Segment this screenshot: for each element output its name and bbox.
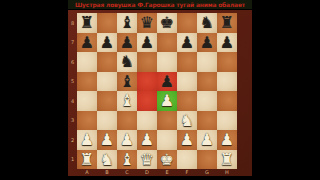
rank-label-5: 5 bbox=[68, 72, 77, 92]
chess-board: ♜♝♛♚♞♜♟♟♟♟♟♟♟♞♝♟♝♟♞♟♟♟♟♟♟♟♜♞♝♛♚♜ bbox=[77, 13, 237, 169]
square-e2[interactable] bbox=[157, 130, 177, 150]
square-h2[interactable]: ♟ bbox=[217, 130, 237, 150]
square-d2[interactable]: ♟ bbox=[137, 130, 157, 150]
square-f5[interactable] bbox=[177, 72, 197, 92]
rank-label-8: 8 bbox=[68, 13, 77, 33]
square-e5[interactable]: ♟ bbox=[157, 72, 177, 92]
rank-label-1: 1 bbox=[68, 150, 77, 170]
chess-board-frame: 87654321 ♜♝♛♚♞♜♟♟♟♟♟♟♟♞♝♟♝♟♞♟♟♟♟♟♟♟♜♞♝♛♚… bbox=[68, 10, 252, 176]
rank-label-2: 2 bbox=[68, 130, 77, 150]
piece-black-knight-g8[interactable]: ♞ bbox=[200, 13, 214, 32]
square-d5[interactable] bbox=[137, 72, 157, 92]
square-a5[interactable] bbox=[77, 72, 97, 92]
square-g8[interactable]: ♞ bbox=[197, 13, 217, 33]
square-g4[interactable] bbox=[197, 91, 217, 111]
square-e6[interactable] bbox=[157, 52, 177, 72]
square-d3[interactable] bbox=[137, 111, 157, 131]
square-c8[interactable]: ♝ bbox=[117, 13, 137, 33]
square-f6[interactable] bbox=[177, 52, 197, 72]
piece-white-pawn-h2[interactable]: ♟ bbox=[220, 130, 234, 149]
square-b2[interactable]: ♟ bbox=[97, 130, 117, 150]
piece-black-pawn-c7[interactable]: ♟ bbox=[120, 33, 134, 52]
piece-black-queen-d8[interactable]: ♛ bbox=[140, 13, 154, 32]
piece-white-knight-f3[interactable]: ♞ bbox=[180, 111, 194, 130]
square-e1[interactable]: ♚ bbox=[157, 150, 177, 170]
square-h6[interactable] bbox=[217, 52, 237, 72]
square-h1[interactable]: ♜ bbox=[217, 150, 237, 170]
piece-black-bishop-c5[interactable]: ♝ bbox=[120, 72, 134, 91]
square-b7[interactable]: ♟ bbox=[97, 33, 117, 53]
square-f7[interactable]: ♟ bbox=[177, 33, 197, 53]
square-d6[interactable] bbox=[137, 52, 157, 72]
square-f1[interactable] bbox=[177, 150, 197, 170]
square-g5[interactable] bbox=[197, 72, 217, 92]
file-label-b: b bbox=[97, 169, 117, 176]
piece-black-pawn-f7[interactable]: ♟ bbox=[180, 33, 194, 52]
piece-white-pawn-e4[interactable]: ♟ bbox=[160, 91, 174, 110]
square-b3[interactable] bbox=[97, 111, 117, 131]
square-b4[interactable] bbox=[97, 91, 117, 111]
piece-black-rook-a8[interactable]: ♜ bbox=[80, 13, 94, 32]
piece-black-pawn-d7[interactable]: ♟ bbox=[140, 33, 154, 52]
square-e7[interactable] bbox=[157, 33, 177, 53]
square-c6[interactable]: ♞ bbox=[117, 52, 137, 72]
square-g1[interactable] bbox=[197, 150, 217, 170]
square-c4[interactable]: ♝ bbox=[117, 91, 137, 111]
file-label-h: h bbox=[217, 169, 237, 176]
square-a7[interactable]: ♟ bbox=[77, 33, 97, 53]
square-f3[interactable]: ♞ bbox=[177, 111, 197, 131]
square-g3[interactable] bbox=[197, 111, 217, 131]
square-d1[interactable]: ♛ bbox=[137, 150, 157, 170]
piece-white-bishop-c4[interactable]: ♝ bbox=[120, 91, 134, 110]
square-g2[interactable]: ♟ bbox=[197, 130, 217, 150]
file-label-c: c bbox=[117, 169, 137, 176]
square-a8[interactable]: ♜ bbox=[77, 13, 97, 33]
piece-black-pawn-g7[interactable]: ♟ bbox=[200, 33, 214, 52]
video-title-text: Шустрая ловушка Ф.Гарошка тугай анима об… bbox=[75, 0, 245, 9]
square-c3[interactable] bbox=[117, 111, 137, 131]
square-b5[interactable] bbox=[97, 72, 117, 92]
piece-black-king-e8[interactable]: ♚ bbox=[160, 13, 174, 32]
square-d8[interactable]: ♛ bbox=[137, 13, 157, 33]
square-b8[interactable] bbox=[97, 13, 117, 33]
piece-black-knight-c6[interactable]: ♞ bbox=[120, 52, 134, 71]
file-labels: abcdefgh bbox=[77, 169, 237, 176]
square-e8[interactable]: ♚ bbox=[157, 13, 177, 33]
piece-white-bishop-c1[interactable]: ♝ bbox=[120, 150, 134, 169]
file-label-g: g bbox=[197, 169, 217, 176]
piece-black-pawn-h7[interactable]: ♟ bbox=[220, 33, 234, 52]
square-a6[interactable] bbox=[77, 52, 97, 72]
video-frame: Шустрая ловушка Ф.Гарошка тугай анима об… bbox=[0, 0, 320, 180]
piece-white-king-e1[interactable]: ♚ bbox=[160, 150, 174, 169]
square-d4[interactable] bbox=[137, 91, 157, 111]
piece-black-pawn-b7[interactable]: ♟ bbox=[100, 33, 114, 52]
piece-white-pawn-d2[interactable]: ♟ bbox=[140, 130, 154, 149]
square-a2[interactable]: ♟ bbox=[77, 130, 97, 150]
square-d7[interactable]: ♟ bbox=[137, 33, 157, 53]
rank-label-4: 4 bbox=[68, 91, 77, 111]
square-a4[interactable] bbox=[77, 91, 97, 111]
square-f8[interactable] bbox=[177, 13, 197, 33]
rank-label-3: 3 bbox=[68, 111, 77, 131]
square-e4[interactable]: ♟ bbox=[157, 91, 177, 111]
file-label-a: a bbox=[77, 169, 97, 176]
square-c1[interactable]: ♝ bbox=[117, 150, 137, 170]
square-a1[interactable]: ♜ bbox=[77, 150, 97, 170]
square-f4[interactable] bbox=[177, 91, 197, 111]
piece-white-pawn-a2[interactable]: ♟ bbox=[80, 130, 94, 149]
piece-white-pawn-b2[interactable]: ♟ bbox=[100, 130, 114, 149]
piece-white-pawn-f2[interactable]: ♟ bbox=[180, 130, 194, 149]
square-c5[interactable]: ♝ bbox=[117, 72, 137, 92]
square-c7[interactable]: ♟ bbox=[117, 33, 137, 53]
piece-white-rook-a1[interactable]: ♜ bbox=[80, 150, 94, 169]
square-h7[interactable]: ♟ bbox=[217, 33, 237, 53]
rank-label-7: 7 bbox=[68, 33, 77, 53]
square-h8[interactable]: ♜ bbox=[217, 13, 237, 33]
square-f2[interactable]: ♟ bbox=[177, 130, 197, 150]
piece-white-knight-b1[interactable]: ♞ bbox=[100, 150, 114, 169]
file-label-e: e bbox=[157, 169, 177, 176]
rank-label-6: 6 bbox=[68, 52, 77, 72]
piece-white-pawn-c2[interactable]: ♟ bbox=[120, 130, 134, 149]
piece-white-queen-d1[interactable]: ♛ bbox=[140, 150, 154, 169]
square-h3[interactable] bbox=[217, 111, 237, 131]
square-b6[interactable] bbox=[97, 52, 117, 72]
video-title-bar: Шустрая ловушка Ф.Гарошка тугай анима об… bbox=[68, 0, 252, 10]
piece-black-pawn-a7[interactable]: ♟ bbox=[80, 33, 94, 52]
file-label-f: f bbox=[177, 169, 197, 176]
piece-white-pawn-g2[interactable]: ♟ bbox=[200, 130, 214, 149]
file-label-d: d bbox=[137, 169, 157, 176]
square-c2[interactable]: ♟ bbox=[117, 130, 137, 150]
square-g7[interactable]: ♟ bbox=[197, 33, 217, 53]
piece-black-pawn-e5[interactable]: ♟ bbox=[160, 72, 174, 91]
square-e3[interactable] bbox=[157, 111, 177, 131]
piece-black-rook-h8[interactable]: ♜ bbox=[220, 13, 234, 32]
square-b1[interactable]: ♞ bbox=[97, 150, 117, 170]
square-h4[interactable] bbox=[217, 91, 237, 111]
rank-labels: 87654321 bbox=[68, 13, 77, 169]
square-h5[interactable] bbox=[217, 72, 237, 92]
square-g6[interactable] bbox=[197, 52, 217, 72]
piece-white-rook-h1[interactable]: ♜ bbox=[220, 150, 234, 169]
piece-black-bishop-c8[interactable]: ♝ bbox=[120, 13, 134, 32]
square-a3[interactable] bbox=[77, 111, 97, 131]
